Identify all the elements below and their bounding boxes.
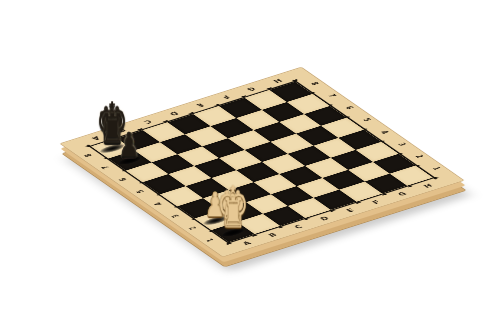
white-pawn-icon: ♟ [186, 154, 246, 220]
chess-board: ABCDEFGH ABCDEFGH 12345678 12345678 ♜♞♝♛… [59, 67, 464, 257]
white-pawn-icon: ♟ [186, 154, 246, 220]
white-pawn-icon: ♟ [186, 154, 246, 220]
white-pawn-icon: ♟ [186, 154, 246, 220]
white-pawn-icon: ♟ [186, 154, 246, 220]
chess-set-photo: ABCDEFGH ABCDEFGH 12345678 12345678 ♜♞♝♛… [0, 0, 500, 316]
white-pawn-icon: ♟ [186, 154, 246, 220]
white-pawn-icon: ♟ [186, 154, 246, 220]
white-pawn-icon: ♟ [186, 154, 246, 220]
